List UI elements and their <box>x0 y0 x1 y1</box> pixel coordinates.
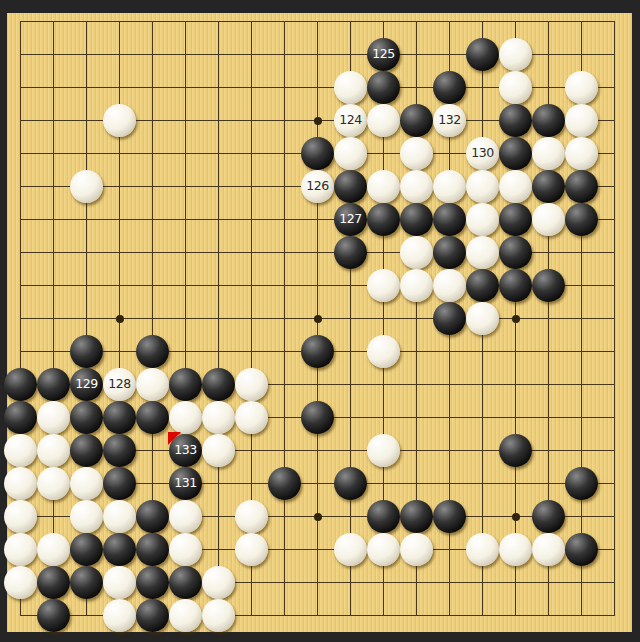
white-stone[interactable] <box>466 236 499 269</box>
star-point <box>116 315 124 323</box>
black-stone[interactable] <box>565 203 598 236</box>
white-stone[interactable] <box>499 38 532 71</box>
black-stone[interactable] <box>433 236 466 269</box>
black-stone[interactable] <box>334 236 367 269</box>
white-stone[interactable] <box>334 533 367 566</box>
black-stone[interactable] <box>499 137 532 170</box>
move-number-label: 131 <box>174 477 196 490</box>
white-stone[interactable] <box>466 302 499 335</box>
move-number-label: 126 <box>306 180 328 193</box>
black-stone[interactable] <box>334 170 367 203</box>
black-stone[interactable] <box>565 467 598 500</box>
black-stone[interactable] <box>433 302 466 335</box>
black-stone[interactable] <box>367 71 400 104</box>
white-stone[interactable] <box>367 104 400 137</box>
white-stone[interactable] <box>367 170 400 203</box>
move-number-label: 128 <box>108 378 130 391</box>
white-stone[interactable] <box>565 104 598 137</box>
black-stone[interactable] <box>532 500 565 533</box>
black-stone[interactable] <box>367 500 400 533</box>
black-stone[interactable] <box>136 599 169 632</box>
black-stone[interactable] <box>268 467 301 500</box>
black-stone[interactable] <box>70 434 103 467</box>
white-stone[interactable] <box>235 533 268 566</box>
white-stone[interactable]: 124 <box>334 104 367 137</box>
black-stone[interactable] <box>169 368 202 401</box>
white-stone[interactable] <box>367 335 400 368</box>
white-stone[interactable] <box>4 500 37 533</box>
white-stone[interactable] <box>169 533 202 566</box>
black-stone[interactable] <box>202 368 235 401</box>
screenshot-root: { "game": "go", "app": { "description": … <box>0 0 640 642</box>
star-point <box>314 513 322 521</box>
move-number-label: 129 <box>75 378 97 391</box>
white-stone[interactable] <box>37 467 70 500</box>
black-stone[interactable] <box>565 170 598 203</box>
white-stone[interactable] <box>103 599 136 632</box>
white-stone[interactable] <box>4 533 37 566</box>
white-stone[interactable] <box>400 269 433 302</box>
white-stone[interactable] <box>4 467 37 500</box>
move-number-label: 130 <box>471 147 493 160</box>
black-stone[interactable] <box>136 566 169 599</box>
white-stone[interactable]: 132 <box>433 104 466 137</box>
white-stone[interactable] <box>433 170 466 203</box>
black-stone[interactable] <box>400 104 433 137</box>
black-stone[interactable] <box>4 401 37 434</box>
white-stone[interactable] <box>37 434 70 467</box>
white-stone[interactable] <box>169 401 202 434</box>
white-stone[interactable] <box>37 533 70 566</box>
black-stone[interactable] <box>334 467 367 500</box>
move-number-label: 125 <box>372 48 394 61</box>
white-stone[interactable] <box>400 137 433 170</box>
move-number-label: 124 <box>339 114 361 127</box>
white-stone[interactable] <box>37 401 70 434</box>
white-stone[interactable] <box>70 467 103 500</box>
white-stone[interactable] <box>334 137 367 170</box>
white-stone[interactable] <box>136 368 169 401</box>
black-stone[interactable] <box>37 599 70 632</box>
white-stone[interactable] <box>565 71 598 104</box>
white-stone[interactable] <box>466 170 499 203</box>
black-stone[interactable] <box>532 104 565 137</box>
white-stone[interactable]: 130 <box>466 137 499 170</box>
black-stone[interactable] <box>499 104 532 137</box>
star-point <box>512 513 520 521</box>
black-stone[interactable] <box>103 533 136 566</box>
white-stone[interactable] <box>565 137 598 170</box>
black-stone[interactable] <box>433 203 466 236</box>
white-stone[interactable] <box>367 533 400 566</box>
star-point <box>512 315 520 323</box>
black-stone[interactable]: 129 <box>70 368 103 401</box>
white-stone[interactable] <box>433 269 466 302</box>
grid-line-vertical <box>614 21 615 616</box>
black-stone[interactable] <box>499 203 532 236</box>
black-stone[interactable] <box>169 566 202 599</box>
white-stone[interactable] <box>532 533 565 566</box>
white-stone[interactable] <box>367 269 400 302</box>
black-stone[interactable] <box>136 335 169 368</box>
black-stone[interactable] <box>136 533 169 566</box>
black-stone[interactable]: 131 <box>169 467 202 500</box>
black-stone[interactable] <box>103 401 136 434</box>
black-stone[interactable] <box>301 401 334 434</box>
white-stone[interactable] <box>169 599 202 632</box>
black-stone[interactable]: 125 <box>367 38 400 71</box>
white-stone[interactable] <box>202 401 235 434</box>
star-point <box>314 117 322 125</box>
move-number-label: 132 <box>438 114 460 127</box>
black-stone[interactable] <box>136 401 169 434</box>
black-stone[interactable] <box>532 170 565 203</box>
black-stone[interactable] <box>103 434 136 467</box>
white-stone[interactable] <box>499 533 532 566</box>
black-stone[interactable] <box>499 434 532 467</box>
white-stone[interactable] <box>70 170 103 203</box>
black-stone[interactable] <box>70 533 103 566</box>
black-stone[interactable] <box>301 335 334 368</box>
white-stone[interactable] <box>532 137 565 170</box>
black-stone[interactable] <box>70 566 103 599</box>
white-stone[interactable] <box>466 203 499 236</box>
white-stone[interactable] <box>103 500 136 533</box>
black-stone[interactable] <box>367 203 400 236</box>
black-stone[interactable] <box>136 500 169 533</box>
black-stone[interactable] <box>70 401 103 434</box>
white-stone[interactable] <box>70 500 103 533</box>
white-stone[interactable] <box>367 434 400 467</box>
white-stone[interactable] <box>103 104 136 137</box>
go-board[interactable]: 125124132130126127129128133131 <box>7 13 632 632</box>
white-stone[interactable] <box>202 434 235 467</box>
black-stone[interactable] <box>301 137 334 170</box>
black-stone[interactable] <box>4 368 37 401</box>
black-stone[interactable] <box>466 269 499 302</box>
black-stone[interactable] <box>433 71 466 104</box>
black-stone[interactable] <box>532 269 565 302</box>
black-stone[interactable]: 127 <box>334 203 367 236</box>
white-stone[interactable] <box>334 71 367 104</box>
black-stone[interactable] <box>499 269 532 302</box>
white-stone[interactable] <box>103 566 136 599</box>
black-stone[interactable] <box>433 500 466 533</box>
white-stone[interactable] <box>532 203 565 236</box>
black-stone[interactable] <box>37 566 70 599</box>
black-stone[interactable] <box>565 533 598 566</box>
white-stone[interactable] <box>202 599 235 632</box>
white-stone[interactable] <box>202 566 235 599</box>
black-stone[interactable] <box>499 236 532 269</box>
white-stone[interactable] <box>400 170 433 203</box>
white-stone[interactable] <box>499 71 532 104</box>
white-stone[interactable] <box>235 368 268 401</box>
black-stone[interactable] <box>103 467 136 500</box>
white-stone[interactable]: 128 <box>103 368 136 401</box>
black-stone[interactable] <box>70 335 103 368</box>
white-stone[interactable]: 126 <box>301 170 334 203</box>
move-number-label: 127 <box>339 213 361 226</box>
black-stone[interactable] <box>466 38 499 71</box>
white-stone[interactable] <box>400 236 433 269</box>
white-stone[interactable] <box>400 533 433 566</box>
move-number-label: 133 <box>174 444 196 457</box>
white-stone[interactable] <box>4 566 37 599</box>
black-stone[interactable] <box>400 203 433 236</box>
white-stone[interactable] <box>4 434 37 467</box>
white-stone[interactable] <box>499 170 532 203</box>
white-stone[interactable] <box>235 500 268 533</box>
white-stone[interactable] <box>169 500 202 533</box>
black-stone[interactable] <box>37 368 70 401</box>
white-stone[interactable] <box>466 533 499 566</box>
white-stone[interactable] <box>235 401 268 434</box>
black-stone[interactable] <box>400 500 433 533</box>
star-point <box>314 315 322 323</box>
